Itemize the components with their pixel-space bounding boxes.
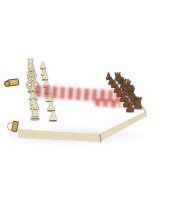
piece-shadow	[114, 80, 120, 82]
square-b7	[105, 81, 118, 86]
piece-black-pawn: ♟	[110, 79, 119, 89]
square-b6	[92, 80, 108, 86]
piece-shadow	[123, 106, 131, 108]
clasp-ring-icon	[7, 122, 16, 131]
square-h6	[111, 111, 127, 122]
square-d8	[120, 90, 130, 94]
piece-shadow	[40, 69, 46, 71]
square-e8	[123, 94, 133, 99]
square-a8	[112, 79, 122, 84]
square-c2	[38, 76, 53, 84]
square-g2	[42, 105, 61, 116]
square-g8	[129, 102, 139, 108]
piece-shadow	[108, 83, 114, 85]
piece-shadow	[130, 103, 139, 105]
piece-white-rook: ♜	[28, 107, 41, 122]
square-a3	[48, 68, 61, 75]
piece-shadow	[123, 94, 134, 97]
piece-black-pawn: ♟	[124, 101, 135, 114]
piece-white-knight: ♞	[26, 62, 36, 74]
square-c3	[51, 78, 66, 86]
piece-shadow	[41, 74, 47, 76]
piece-shadow	[28, 99, 38, 101]
piece-black-pawn: ♟	[105, 72, 113, 81]
square-b8	[115, 82, 125, 86]
square-c1	[24, 74, 39, 82]
piece-shadow	[106, 79, 112, 81]
piece-shadow	[111, 87, 117, 89]
square-h7	[124, 108, 136, 117]
square-g1	[25, 103, 44, 114]
piece-white-queen: ♛	[25, 71, 39, 87]
square-g4	[74, 108, 93, 119]
square-g7	[120, 103, 133, 111]
piece-shadow	[42, 79, 48, 81]
piece-black-bishop: ♝	[117, 76, 129, 89]
square-h1	[25, 113, 45, 126]
piece-shadow	[119, 87, 127, 89]
piece-shadow	[27, 72, 34, 74]
square-a5	[71, 72, 92, 79]
piece-white-pawn: ♟	[46, 100, 57, 112]
square-g3	[58, 107, 77, 118]
chess-set-product-photo[interactable]: ♜♞♝♛♚♝♞♜♟♟♟♟♟♟♟♟♟♟♟♟♟♟♟♟♜♞♝♛♚♝♞♜	[0, 0, 169, 199]
square-b4	[62, 75, 76, 82]
square-g5	[89, 108, 111, 121]
piece-white-pawn: ♟	[40, 66, 48, 75]
piece-shadow	[46, 101, 53, 103]
clasp-hook-icon	[7, 78, 20, 87]
piece-black-knight: ♞	[115, 74, 125, 86]
square-a7	[102, 77, 115, 82]
square-b3	[50, 73, 64, 80]
square-f4	[71, 100, 88, 110]
square-b1	[24, 69, 38, 77]
piece-shadow	[127, 99, 137, 101]
piece-white-pawn: ♟	[41, 71, 50, 81]
piece-shadow	[49, 120, 57, 122]
square-b5	[73, 78, 94, 85]
piece-shadow	[27, 66, 33, 68]
square-b2	[37, 71, 51, 78]
square-a2	[37, 66, 50, 73]
piece-black-rook: ♜	[113, 72, 122, 82]
piece-shadow	[133, 108, 142, 110]
piece-white-knight: ♞	[27, 96, 41, 111]
square-a1	[24, 64, 37, 71]
square-a6	[89, 75, 105, 81]
piece-shadow	[29, 108, 38, 110]
piece-black-pawn: ♟	[107, 75, 115, 84]
piece-shadow	[117, 83, 124, 85]
red-watermark-2	[95, 98, 121, 108]
piece-shadow	[30, 118, 39, 120]
piece-shadow	[27, 83, 37, 85]
piece-white-pawn: ♟	[39, 62, 47, 71]
square-f3	[56, 98, 73, 108]
piece-white-rook: ♜	[26, 58, 35, 68]
piece-shadow	[47, 110, 55, 112]
square-c8	[117, 86, 127, 90]
square-a4	[60, 70, 73, 77]
piece-black-pawn: ♟	[121, 96, 132, 108]
piece-white-bishop: ♝	[26, 66, 38, 79]
piece-white-pawn: ♟	[48, 110, 59, 123]
piece-shadow	[27, 77, 35, 79]
square-f8	[126, 98, 136, 104]
piece-shadow	[121, 91, 131, 93]
piece-shadow	[126, 111, 134, 113]
